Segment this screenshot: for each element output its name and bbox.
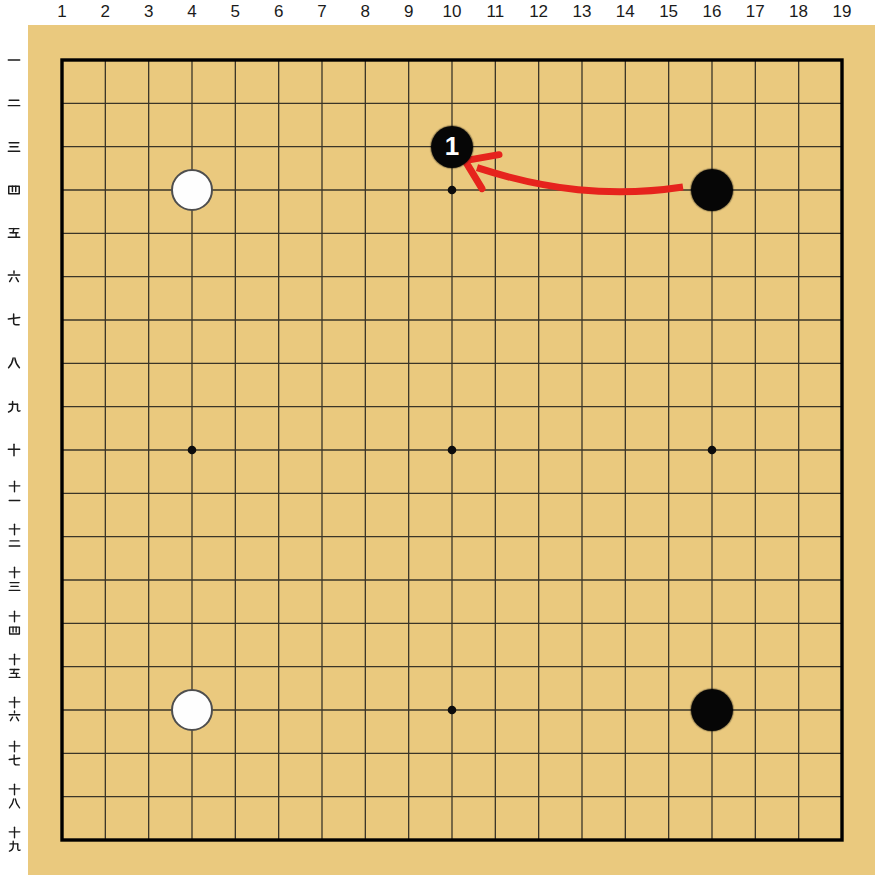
move-number: 1 (445, 133, 459, 159)
row-label (0, 472, 28, 515)
row-label (0, 255, 28, 298)
row-label (0, 125, 28, 168)
row-label (0, 645, 28, 688)
column-label: 3 (127, 2, 170, 22)
row-label (0, 775, 28, 818)
column-label: 16 (690, 2, 733, 22)
row-label (0, 818, 28, 861)
column-label: 2 (84, 2, 127, 22)
column-label: 19 (820, 2, 863, 22)
stone-black-16-16[interactable] (691, 689, 733, 731)
row-label (0, 38, 28, 81)
row-label (0, 82, 28, 125)
column-label: 6 (257, 2, 300, 22)
row-label (0, 515, 28, 558)
row-label (0, 428, 28, 471)
column-label: 5 (214, 2, 257, 22)
column-label: 7 (300, 2, 343, 22)
row-label (0, 385, 28, 428)
stone-black-10-3[interactable]: 1 (431, 126, 473, 168)
row-label (0, 688, 28, 731)
stones-layer: 1 (40, 38, 863, 861)
column-label: 8 (344, 2, 387, 22)
column-label: 14 (604, 2, 647, 22)
column-label: 18 (777, 2, 820, 22)
column-label: 17 (734, 2, 777, 22)
column-label: 4 (170, 2, 213, 22)
stone-white-4-16[interactable] (171, 689, 213, 731)
row-label (0, 212, 28, 255)
column-label: 10 (430, 2, 473, 22)
column-label: 13 (560, 2, 603, 22)
row-label (0, 558, 28, 601)
stone-white-4-4[interactable] (171, 169, 213, 211)
column-label: 1 (40, 2, 83, 22)
row-labels (0, 38, 28, 861)
column-label: 11 (474, 2, 517, 22)
column-label: 9 (387, 2, 430, 22)
stone-black-16-4[interactable] (691, 169, 733, 211)
row-label (0, 342, 28, 385)
row-label (0, 168, 28, 211)
row-label (0, 298, 28, 341)
go-diagram: 12345678910111213141516171819 1 (0, 0, 875, 875)
row-label (0, 732, 28, 775)
column-labels: 12345678910111213141516171819 (40, 0, 863, 23)
row-label (0, 602, 28, 645)
column-label: 15 (647, 2, 690, 22)
column-label: 12 (517, 2, 560, 22)
